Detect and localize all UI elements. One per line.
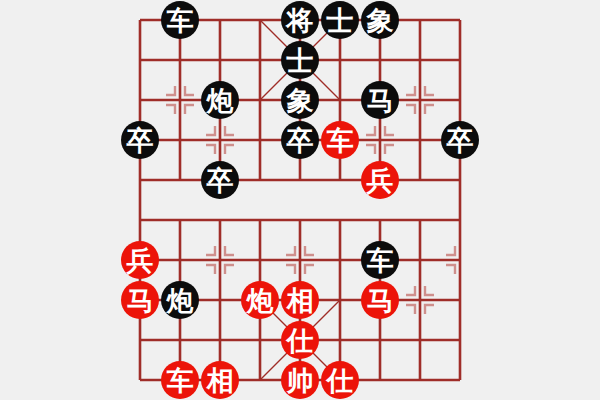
xiangqi-board[interactable]: 车将士象士炮象马卒卒卒卒车炮车兵兵马炮相马仕车相帅仕: [0, 0, 600, 400]
pieces-layer: 车将士象士炮象马卒卒卒卒车炮车兵兵马炮相马仕车相帅仕: [120, 0, 480, 400]
piece-black-cannon[interactable]: 炮: [201, 81, 239, 119]
piece-black-advisor[interactable]: 士: [321, 1, 359, 39]
piece-red-soldier[interactable]: 兵: [361, 161, 399, 199]
piece-black-chariot[interactable]: 车: [361, 241, 399, 279]
piece-red-soldier[interactable]: 兵: [121, 241, 159, 279]
piece-red-advisor[interactable]: 仕: [321, 361, 359, 399]
piece-red-elephant[interactable]: 相: [201, 361, 239, 399]
piece-black-soldier[interactable]: 卒: [441, 121, 479, 159]
piece-black-soldier[interactable]: 卒: [201, 161, 239, 199]
piece-red-general[interactable]: 帅: [281, 361, 319, 399]
piece-red-elephant[interactable]: 相: [281, 281, 319, 319]
piece-black-elephant[interactable]: 象: [281, 81, 319, 119]
piece-red-advisor[interactable]: 仕: [281, 321, 319, 359]
piece-black-soldier[interactable]: 卒: [121, 121, 159, 159]
piece-red-chariot[interactable]: 车: [321, 121, 359, 159]
piece-red-chariot[interactable]: 车: [161, 361, 199, 399]
piece-black-cannon[interactable]: 炮: [161, 281, 199, 319]
piece-red-horse[interactable]: 马: [121, 281, 159, 319]
piece-black-horse[interactable]: 马: [361, 81, 399, 119]
piece-black-advisor[interactable]: 士: [281, 41, 319, 79]
piece-black-chariot[interactable]: 车: [161, 1, 199, 39]
piece-red-cannon[interactable]: 炮: [241, 281, 279, 319]
piece-black-general[interactable]: 将: [281, 1, 319, 39]
piece-black-soldier[interactable]: 卒: [281, 121, 319, 159]
piece-black-elephant[interactable]: 象: [361, 1, 399, 39]
piece-red-horse[interactable]: 马: [361, 281, 399, 319]
